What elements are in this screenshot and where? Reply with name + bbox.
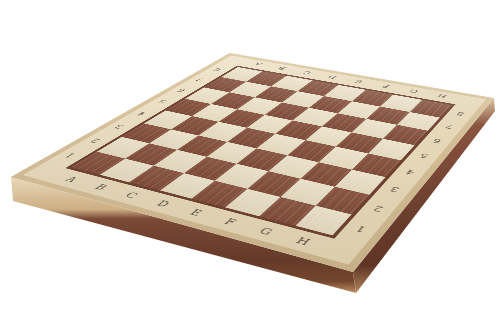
product-photo-stage: ABCDEFGHABCDEFGH1234567812345678 <box>0 0 500 333</box>
